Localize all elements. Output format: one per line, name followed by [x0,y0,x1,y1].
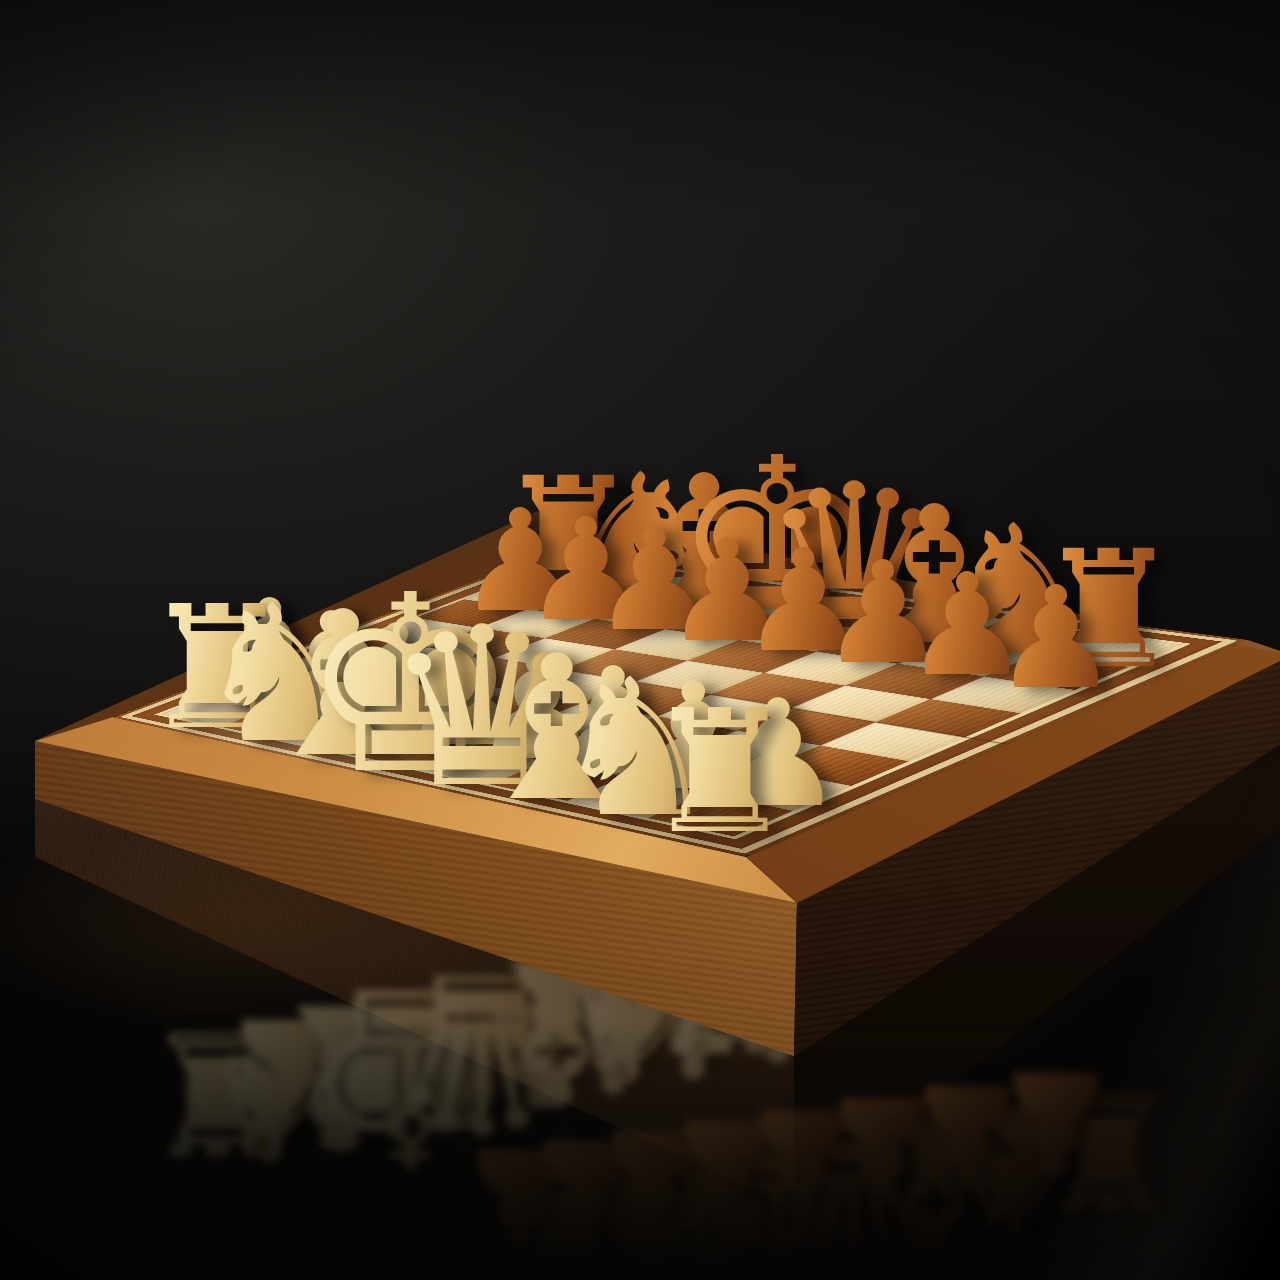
chess-set: ♜♞♝♛♚♝♞♜♟♟♟♟♟♟♟♟♟♟♟♟♟♟♟♟♜♞♝♛♚♝♞♜ [0,0,1280,1280]
chess-photo-scene: ♜♞♝♛♚♝♞♜♟♟♟♟♟♟♟♟♟♟♟♟♟♟♟♟♜♞♝♛♚♝♞♜ ♜♞♝♛♚♝♞… [0,0,1280,1280]
